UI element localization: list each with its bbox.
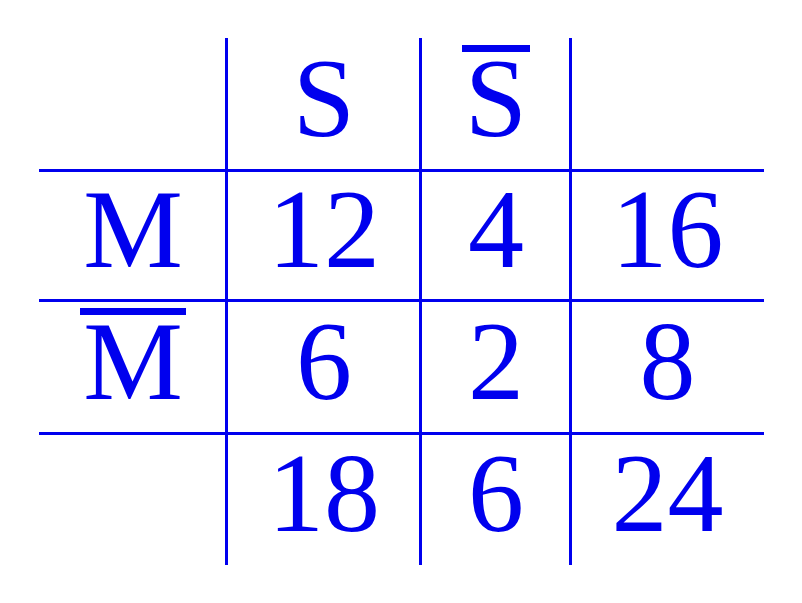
cell-s-column-total-value: 18 [268,437,380,549]
table-grid: S S M 12 4 16 M 6 2 8 [39,38,764,565]
cell-s-column-total: 18 [227,434,421,565]
horizontal-rule-2 [39,299,764,302]
cell-not-s-column-total: 6 [421,434,571,565]
cell-not-m-and-not-s-value: 2 [468,305,524,417]
horizontal-rule-1 [39,169,764,172]
cell-m-and-not-s-value: 4 [468,173,524,285]
cell-not-m-and-s-value: 6 [296,305,352,417]
column-header-s-label: S [293,42,355,154]
cell-not-m-row-total: 8 [571,301,764,434]
column-header-s-complement-label: S [462,45,530,139]
cell-not-m-and-not-s: 2 [421,301,571,434]
cell-m-row-total: 16 [571,171,764,301]
cell-grand-total: 24 [571,434,764,565]
horizontal-rule-3 [39,432,764,435]
column-header-s: S [227,38,421,171]
cell-not-m-row-total-value: 8 [640,305,696,417]
cell-m-and-s-value: 12 [268,173,380,285]
cell-m-row-total-value: 16 [612,173,724,285]
row-header-m: M [39,171,227,301]
cell-m-and-s: 12 [227,171,421,301]
cell-not-m-and-s: 6 [227,301,421,434]
row-header-m-label: M [83,173,183,285]
cell-m-and-not-s: 4 [421,171,571,301]
cell-grand-total-value: 24 [612,437,724,549]
row-header-m-complement: M [39,301,227,434]
cell-not-s-column-total-value: 6 [468,437,524,549]
contingency-table-diagram: S S M 12 4 16 M 6 2 8 [0,0,802,603]
column-header-s-complement: S [421,38,571,171]
row-header-m-complement-label: M [80,308,186,402]
